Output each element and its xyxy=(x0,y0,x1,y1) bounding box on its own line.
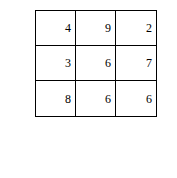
cell-r2c2: 6 xyxy=(116,81,156,116)
cell-r1c2: 7 xyxy=(116,46,156,81)
cell-r1c1: 6 xyxy=(76,46,116,81)
cell-r2c0: 8 xyxy=(36,81,76,116)
cell-r0c2: 2 xyxy=(116,11,156,46)
cell-r0c0: 4 xyxy=(36,11,76,46)
cell-r1c0: 3 xyxy=(36,46,76,81)
cell-r0c1: 9 xyxy=(76,11,116,46)
cell-r2c1: 6 xyxy=(76,81,116,116)
number-grid-board: 4 9 2 3 6 7 8 6 6 xyxy=(35,10,157,117)
